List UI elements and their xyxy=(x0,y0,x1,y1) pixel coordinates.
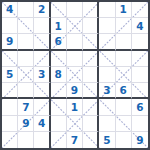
cell-r2c2[interactable] xyxy=(18,18,34,34)
cell-r4c3[interactable] xyxy=(34,51,50,67)
cell-r9c4[interactable] xyxy=(51,132,67,148)
cell-r6c8[interactable]: 6 xyxy=(116,83,132,99)
cell-r7c3[interactable] xyxy=(34,99,50,115)
sudoku-grid: 421149653893671694759 xyxy=(2,2,148,148)
cell-r3c1[interactable]: 9 xyxy=(2,34,18,50)
cell-r7c6[interactable] xyxy=(83,99,99,115)
cell-r9c7[interactable]: 5 xyxy=(99,132,115,148)
cell-r6c5[interactable]: 9 xyxy=(67,83,83,99)
cell-r4c8[interactable] xyxy=(116,51,132,67)
cell-r7c4[interactable] xyxy=(51,99,67,115)
cell-r1c1[interactable]: 4 xyxy=(2,2,18,18)
cell-r8c4[interactable] xyxy=(51,116,67,132)
cell-r5c3[interactable]: 3 xyxy=(34,67,50,83)
cell-r6c4[interactable] xyxy=(51,83,67,99)
cell-r2c6[interactable] xyxy=(83,18,99,34)
cell-r7c1[interactable] xyxy=(2,99,18,115)
cell-r7c5[interactable]: 1 xyxy=(67,99,83,115)
cell-r2c5[interactable] xyxy=(67,18,83,34)
cell-r4c6[interactable] xyxy=(83,51,99,67)
cell-r6c9[interactable] xyxy=(132,83,148,99)
cell-r3c6[interactable] xyxy=(83,34,99,50)
cell-r4c5[interactable] xyxy=(67,51,83,67)
cell-r8c2[interactable]: 9 xyxy=(18,116,34,132)
cell-r9c5[interactable]: 7 xyxy=(67,132,83,148)
cell-r8c6[interactable] xyxy=(83,116,99,132)
cell-r1c8[interactable]: 1 xyxy=(116,2,132,18)
cell-r2c7[interactable] xyxy=(99,18,115,34)
cell-r5c5[interactable] xyxy=(67,67,83,83)
cell-r2c1[interactable] xyxy=(2,18,18,34)
cell-r9c8[interactable] xyxy=(116,132,132,148)
cell-r5c8[interactable] xyxy=(116,67,132,83)
cell-r1c2[interactable] xyxy=(18,2,34,18)
cell-r9c2[interactable] xyxy=(18,132,34,148)
cell-r7c8[interactable] xyxy=(116,99,132,115)
cell-r3c4[interactable]: 6 xyxy=(51,34,67,50)
cell-r3c9[interactable] xyxy=(132,34,148,50)
cell-r1c4[interactable] xyxy=(51,2,67,18)
cell-r9c3[interactable] xyxy=(34,132,50,148)
cell-r7c7[interactable] xyxy=(99,99,115,115)
cell-r6c6[interactable] xyxy=(83,83,99,99)
cell-r9c6[interactable] xyxy=(83,132,99,148)
cell-r5c2[interactable] xyxy=(18,67,34,83)
cell-r1c5[interactable] xyxy=(67,2,83,18)
cell-r9c9[interactable]: 9 xyxy=(132,132,148,148)
cell-r2c8[interactable] xyxy=(116,18,132,34)
cell-r6c2[interactable] xyxy=(18,83,34,99)
cell-r8c5[interactable] xyxy=(67,116,83,132)
cell-r5c4[interactable]: 8 xyxy=(51,67,67,83)
cell-r2c4[interactable]: 1 xyxy=(51,18,67,34)
cell-r6c1[interactable] xyxy=(2,83,18,99)
cell-r8c1[interactable] xyxy=(2,116,18,132)
cell-r3c5[interactable] xyxy=(67,34,83,50)
cell-r2c3[interactable] xyxy=(34,18,50,34)
cell-r8c3[interactable]: 4 xyxy=(34,116,50,132)
cell-r5c7[interactable] xyxy=(99,67,115,83)
cell-r7c9[interactable]: 6 xyxy=(132,99,148,115)
cell-r8c9[interactable] xyxy=(132,116,148,132)
cell-r5c9[interactable] xyxy=(132,67,148,83)
cell-r5c6[interactable] xyxy=(83,67,99,83)
cell-r4c2[interactable] xyxy=(18,51,34,67)
cell-r6c7[interactable]: 3 xyxy=(99,83,115,99)
cell-r1c7[interactable] xyxy=(99,2,115,18)
cell-r7c2[interactable]: 7 xyxy=(18,99,34,115)
cell-r9c1[interactable] xyxy=(2,132,18,148)
sudoku-board: 421149653893671694759 xyxy=(0,0,150,150)
cell-r2c9[interactable]: 4 xyxy=(132,18,148,34)
cell-r3c8[interactable] xyxy=(116,34,132,50)
cell-r5c1[interactable]: 5 xyxy=(2,67,18,83)
cell-r1c6[interactable] xyxy=(83,2,99,18)
cell-r3c3[interactable] xyxy=(34,34,50,50)
cell-r4c1[interactable] xyxy=(2,51,18,67)
cell-r3c2[interactable] xyxy=(18,34,34,50)
cell-r1c3[interactable]: 2 xyxy=(34,2,50,18)
cell-r4c7[interactable] xyxy=(99,51,115,67)
cell-r1c9[interactable] xyxy=(132,2,148,18)
cell-r6c3[interactable] xyxy=(34,83,50,99)
cell-r4c4[interactable] xyxy=(51,51,67,67)
cell-r8c8[interactable] xyxy=(116,116,132,132)
cell-r8c7[interactable] xyxy=(99,116,115,132)
cell-r3c7[interactable] xyxy=(99,34,115,50)
cell-r4c9[interactable] xyxy=(132,51,148,67)
